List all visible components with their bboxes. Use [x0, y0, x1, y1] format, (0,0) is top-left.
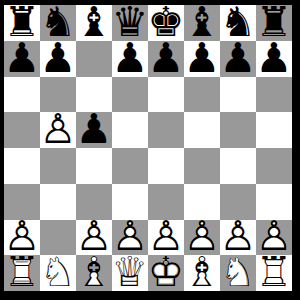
black-pawn[interactable]: ♟ — [4, 41, 40, 76]
square-h1[interactable]: ♜♖ — [256, 255, 292, 291]
square-a4[interactable] — [4, 148, 40, 184]
black-pawn-glyph: ♟ — [112, 40, 149, 75]
chess-board: ♜♞♝♛♚♝♞♜♟♟♟♟♟♟♟♟♙♟♟♙♟♙♟♙♟♙♟♙♟♙♟♙♜♖♞♘♝♗♛♕… — [4, 5, 292, 291]
white-bishop-outline: ♗ — [184, 255, 221, 290]
square-d5[interactable] — [112, 112, 148, 148]
square-f7[interactable]: ♟ — [184, 41, 220, 77]
square-c4[interactable] — [76, 148, 112, 184]
square-h4[interactable] — [256, 148, 292, 184]
square-a1[interactable]: ♜♖ — [4, 255, 40, 291]
black-pawn[interactable]: ♟ — [40, 41, 76, 76]
white-rook-outline: ♖ — [256, 255, 293, 290]
square-e4[interactable] — [148, 148, 184, 184]
square-f1[interactable]: ♝♗ — [184, 255, 220, 291]
square-c7[interactable] — [76, 41, 112, 77]
white-king-outline: ♔ — [148, 255, 185, 290]
black-pawn[interactable]: ♟ — [148, 41, 184, 76]
square-h7[interactable]: ♟ — [256, 41, 292, 77]
white-king[interactable]: ♚♔ — [148, 256, 184, 291]
white-knight[interactable]: ♞♘ — [220, 256, 256, 291]
square-f5[interactable] — [184, 112, 220, 148]
square-b1[interactable]: ♞♘ — [40, 255, 76, 291]
white-rook[interactable]: ♜♖ — [256, 256, 292, 291]
square-b7[interactable]: ♟ — [40, 41, 76, 77]
square-d4[interactable] — [112, 148, 148, 184]
square-g1[interactable]: ♞♘ — [220, 255, 256, 291]
white-pawn-outline: ♙ — [40, 112, 77, 147]
square-d1[interactable]: ♛♕ — [112, 255, 148, 291]
square-e7[interactable]: ♟ — [148, 41, 184, 77]
white-rook-outline: ♖ — [4, 255, 41, 290]
black-pawn-glyph: ♟ — [40, 40, 77, 75]
white-bishop[interactable]: ♝♗ — [76, 256, 112, 291]
black-pawn[interactable]: ♟ — [184, 41, 220, 76]
white-knight[interactable]: ♞♘ — [40, 256, 76, 291]
square-c8[interactable]: ♝ — [76, 5, 112, 41]
white-queen-outline: ♕ — [112, 255, 149, 290]
black-pawn-glyph: ♟ — [148, 40, 185, 75]
white-rook[interactable]: ♜♖ — [4, 256, 40, 291]
black-pawn[interactable]: ♟ — [112, 41, 148, 76]
black-bishop-glyph: ♝ — [76, 5, 113, 40]
white-pawn[interactable]: ♟♙ — [40, 113, 76, 148]
black-pawn[interactable]: ♟ — [76, 113, 112, 148]
square-f4[interactable] — [184, 148, 220, 184]
square-g4[interactable] — [220, 148, 256, 184]
board-frame: ♜♞♝♛♚♝♞♜♟♟♟♟♟♟♟♟♙♟♟♙♟♙♟♙♟♙♟♙♟♙♟♙♜♖♞♘♝♗♛♕… — [0, 0, 300, 300]
square-e1[interactable]: ♚♔ — [148, 255, 184, 291]
square-a6[interactable] — [4, 77, 40, 113]
square-a7[interactable]: ♟ — [4, 41, 40, 77]
square-b5[interactable]: ♟♙ — [40, 112, 76, 148]
black-pawn-glyph: ♟ — [256, 40, 293, 75]
square-b3[interactable] — [40, 184, 76, 220]
square-d6[interactable] — [112, 77, 148, 113]
black-bishop[interactable]: ♝ — [76, 5, 112, 40]
white-knight-outline: ♘ — [220, 255, 257, 290]
square-d7[interactable]: ♟ — [112, 41, 148, 77]
square-g5[interactable] — [220, 112, 256, 148]
square-h6[interactable] — [256, 77, 292, 113]
black-pawn-glyph: ♟ — [4, 40, 41, 75]
square-g7[interactable]: ♟ — [220, 41, 256, 77]
black-pawn-glyph: ♟ — [220, 40, 257, 75]
black-pawn[interactable]: ♟ — [256, 41, 292, 76]
square-g6[interactable] — [220, 77, 256, 113]
white-queen[interactable]: ♛♕ — [112, 256, 148, 291]
black-pawn[interactable]: ♟ — [220, 41, 256, 76]
square-c5[interactable]: ♟ — [76, 112, 112, 148]
black-pawn-glyph: ♟ — [76, 112, 113, 147]
white-bishop-outline: ♗ — [76, 255, 113, 290]
square-h5[interactable] — [256, 112, 292, 148]
black-pawn-glyph: ♟ — [184, 40, 221, 75]
square-a5[interactable] — [4, 112, 40, 148]
white-bishop[interactable]: ♝♗ — [184, 256, 220, 291]
square-c1[interactable]: ♝♗ — [76, 255, 112, 291]
square-b4[interactable] — [40, 148, 76, 184]
square-f6[interactable] — [184, 77, 220, 113]
square-e6[interactable] — [148, 77, 184, 113]
square-e5[interactable] — [148, 112, 184, 148]
white-knight-outline: ♘ — [40, 255, 77, 290]
